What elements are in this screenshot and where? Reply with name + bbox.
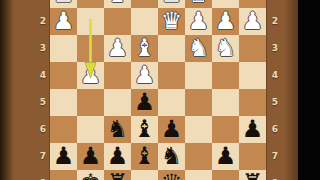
square-g4: ♟ bbox=[77, 62, 104, 89]
piece-bP-b7: ♟ bbox=[212, 143, 239, 170]
square-g3 bbox=[77, 35, 104, 62]
square-c5 bbox=[185, 89, 212, 116]
rank-label-7-right: 7 bbox=[268, 143, 282, 170]
rank-label-5-left: 5 bbox=[36, 89, 50, 116]
piece-bP-g7: ♟ bbox=[77, 143, 104, 170]
rank-label-3-right: 3 bbox=[268, 35, 282, 62]
square-h3 bbox=[50, 35, 77, 62]
wood-frame-right bbox=[284, 0, 298, 180]
square-f8: ♜ bbox=[104, 170, 131, 180]
square-c6 bbox=[185, 116, 212, 143]
rank-label-2-right: 2 bbox=[268, 8, 282, 35]
piece-bQ-d8: ♛ bbox=[158, 170, 185, 180]
square-a6: ♟ bbox=[239, 116, 266, 143]
rank-label-7-left: 7 bbox=[36, 143, 50, 170]
square-g8: ♚ bbox=[77, 170, 104, 180]
rank-label-4-left: 4 bbox=[36, 62, 50, 89]
piece-bP-d6: ♟ bbox=[158, 116, 185, 143]
square-d8: ♛ bbox=[158, 170, 185, 180]
square-b7: ♟ bbox=[212, 143, 239, 170]
square-h8 bbox=[50, 170, 77, 180]
square-h4 bbox=[50, 62, 77, 89]
piece-wN-c3: ♞ bbox=[185, 35, 212, 62]
square-f5 bbox=[104, 89, 131, 116]
piece-wP-g4: ♟ bbox=[77, 62, 104, 89]
rank-label-3-left: 3 bbox=[36, 35, 50, 62]
square-b3: ♞ bbox=[212, 35, 239, 62]
piece-wP-c2: ♟ bbox=[185, 8, 212, 35]
square-c4 bbox=[185, 62, 212, 89]
square-g6 bbox=[77, 116, 104, 143]
square-c2: ♟ bbox=[185, 8, 212, 35]
rank-label-8-left: 8 bbox=[36, 170, 50, 180]
square-g7: ♟ bbox=[77, 143, 104, 170]
square-c3: ♞ bbox=[185, 35, 212, 62]
square-f3: ♟ bbox=[104, 35, 131, 62]
piece-bR-f8: ♜ bbox=[104, 170, 131, 180]
piece-wP-h2: ♟ bbox=[50, 8, 77, 35]
rank-label-6-right: 6 bbox=[268, 116, 282, 143]
piece-bP-f7: ♟ bbox=[104, 143, 131, 170]
piece-bN-f6: ♞ bbox=[104, 116, 131, 143]
square-h7: ♟ bbox=[50, 143, 77, 170]
chess-board: ♜♝♜♚♟♛♟♟♟♟♝♞♞♟♟♟♞♝♟♟♟♟♟♝♞♟♚♜♛♜ bbox=[50, 0, 266, 180]
square-a8: ♜ bbox=[239, 170, 266, 180]
square-h5 bbox=[50, 89, 77, 116]
wood-frame-left bbox=[0, 0, 14, 180]
square-e5: ♟ bbox=[131, 89, 158, 116]
square-e3: ♝ bbox=[131, 35, 158, 62]
rank-label-1-left: 1 bbox=[36, 0, 50, 8]
square-d2: ♛ bbox=[158, 8, 185, 35]
square-b5 bbox=[212, 89, 239, 116]
square-d4 bbox=[158, 62, 185, 89]
piece-bR-a8: ♜ bbox=[239, 170, 266, 180]
square-e2 bbox=[131, 8, 158, 35]
square-f2 bbox=[104, 8, 131, 35]
piece-bB-e6: ♝ bbox=[131, 116, 158, 143]
square-a4 bbox=[239, 62, 266, 89]
rank-label-5-right: 5 bbox=[268, 89, 282, 116]
square-b4 bbox=[212, 62, 239, 89]
square-h6 bbox=[50, 116, 77, 143]
piece-wP-f3: ♟ bbox=[104, 35, 131, 62]
square-f4 bbox=[104, 62, 131, 89]
square-e8 bbox=[131, 170, 158, 180]
rank-label-4-right: 4 bbox=[268, 62, 282, 89]
square-d7: ♞ bbox=[158, 143, 185, 170]
square-d3 bbox=[158, 35, 185, 62]
piece-wP-a2: ♟ bbox=[239, 8, 266, 35]
square-e6: ♝ bbox=[131, 116, 158, 143]
piece-wP-b2: ♟ bbox=[212, 8, 239, 35]
square-f1: ♝ bbox=[104, 0, 131, 8]
square-g5 bbox=[77, 89, 104, 116]
piece-wB-e3: ♝ bbox=[131, 35, 158, 62]
piece-wN-b3: ♞ bbox=[212, 35, 239, 62]
square-e7: ♝ bbox=[131, 143, 158, 170]
square-a7 bbox=[239, 143, 266, 170]
square-f7: ♟ bbox=[104, 143, 131, 170]
rank-label-6-left: 6 bbox=[36, 116, 50, 143]
square-c7 bbox=[185, 143, 212, 170]
square-g2 bbox=[77, 8, 104, 35]
chess-diagram: ♜♝♜♚♟♛♟♟♟♟♝♞♞♟♟♟♞♝♟♟♟♟♟♝♞♟♚♜♛♜ 112233445… bbox=[0, 0, 320, 180]
square-e4: ♟ bbox=[131, 62, 158, 89]
letterbox-right bbox=[298, 0, 320, 180]
piece-bN-d7: ♞ bbox=[158, 143, 185, 170]
square-b6 bbox=[212, 116, 239, 143]
square-g1 bbox=[77, 0, 104, 8]
square-h2: ♟ bbox=[50, 8, 77, 35]
square-b8 bbox=[212, 170, 239, 180]
rank-label-8-right: 8 bbox=[268, 170, 282, 180]
square-a2: ♟ bbox=[239, 8, 266, 35]
square-d5 bbox=[158, 89, 185, 116]
rank-label-1-right: 1 bbox=[268, 0, 282, 8]
square-c8 bbox=[185, 170, 212, 180]
piece-bP-h7: ♟ bbox=[50, 143, 77, 170]
piece-bP-e5: ♟ bbox=[131, 89, 158, 116]
piece-bK-g8: ♚ bbox=[77, 170, 104, 180]
piece-wQ-d2: ♛ bbox=[158, 8, 185, 35]
piece-wB-f1: ♝ bbox=[104, 0, 131, 8]
piece-bP-a6: ♟ bbox=[239, 116, 266, 143]
square-e1 bbox=[131, 0, 158, 8]
rank-label-2-left: 2 bbox=[36, 8, 50, 35]
square-d6: ♟ bbox=[158, 116, 185, 143]
piece-wP-e4: ♟ bbox=[131, 62, 158, 89]
square-a5 bbox=[239, 89, 266, 116]
square-b2: ♟ bbox=[212, 8, 239, 35]
square-f6: ♞ bbox=[104, 116, 131, 143]
piece-bB-e7: ♝ bbox=[131, 143, 158, 170]
square-a3 bbox=[239, 35, 266, 62]
